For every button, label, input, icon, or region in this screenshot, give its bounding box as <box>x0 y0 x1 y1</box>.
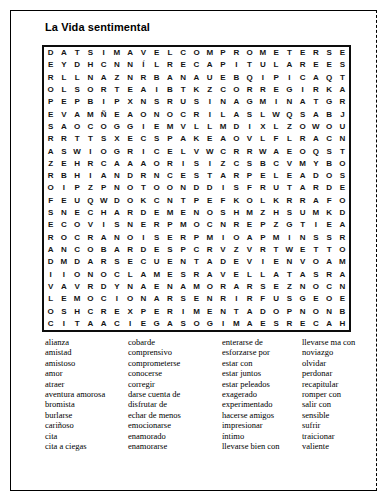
grid-cell: T <box>203 170 216 182</box>
grid-cell: S <box>336 170 349 182</box>
grid-cell: O <box>336 244 349 256</box>
grid-cell: R <box>84 158 97 170</box>
grid-cell: M <box>230 318 243 330</box>
grid-cell: I <box>203 158 216 170</box>
grid-cell: A <box>84 318 97 330</box>
grid-cell: Y <box>309 158 322 170</box>
grid-cell: L <box>269 59 282 71</box>
grid-cell: S <box>283 293 296 305</box>
grid-cell: C <box>216 145 229 157</box>
grid-cell: A <box>309 195 322 207</box>
grid-cell: T <box>137 182 150 194</box>
grid-cell: R <box>243 145 256 157</box>
grid-cell: U <box>296 207 309 219</box>
grid-cell: M <box>84 109 97 121</box>
grid-cell: C <box>44 318 57 330</box>
grid-cell: N <box>57 244 70 256</box>
grid-cell: R <box>137 170 150 182</box>
grid-cell: O <box>163 109 176 121</box>
grid-cell: A <box>336 219 349 231</box>
grid-cell: F <box>269 133 282 145</box>
word-item: alianza <box>45 337 128 347</box>
grid-cell: R <box>243 293 256 305</box>
word-item: amistad <box>45 347 128 357</box>
grid-cell: S <box>57 145 70 157</box>
grid-cell: S <box>190 158 203 170</box>
grid-cell: N <box>177 256 190 268</box>
grid-cell: K <box>137 195 150 207</box>
grid-cell: T <box>336 145 349 157</box>
grid-cell: A <box>190 72 203 84</box>
grid-cell: V <box>44 281 57 293</box>
worksheet-page: La Vida sentimental DATSIMAVELCOMPROMETE… <box>0 0 386 500</box>
grid-cell: E <box>150 281 163 293</box>
grid-cell: R <box>296 133 309 145</box>
grid-cell: A <box>203 256 216 268</box>
grid-cell: P <box>190 195 203 207</box>
grid-cell: A <box>177 281 190 293</box>
grid-cell: C <box>97 293 110 305</box>
grid-cell: L <box>150 59 163 71</box>
grid-cell: P <box>216 59 229 71</box>
grid-cell: R <box>124 244 137 256</box>
grid-cell: R <box>177 232 190 244</box>
grid-cell: P <box>163 133 176 145</box>
grid-cell: N <box>296 305 309 317</box>
grid-cell: I <box>97 219 110 231</box>
grid-cell: O <box>336 195 349 207</box>
grid-cell: E <box>150 207 163 219</box>
word-list-column: cobardecomprensivocomprometerseconocerse… <box>128 337 222 451</box>
grid-cell: O <box>71 219 84 231</box>
grid-cell: N <box>190 207 203 219</box>
grid-cell: A <box>296 96 309 108</box>
word-item: bromista <box>45 399 128 409</box>
grid-cell: T <box>230 305 243 317</box>
grid-cell: N <box>150 170 163 182</box>
grid-cell: L <box>57 84 70 96</box>
word-item: estar con <box>222 358 302 368</box>
grid-cell: I <box>124 318 137 330</box>
grid-cell: P <box>269 72 282 84</box>
grid-cell: T <box>296 219 309 231</box>
grid-cell: T <box>71 133 84 145</box>
word-item: darse cuenta de <box>128 389 222 399</box>
grid-cell: R <box>230 219 243 231</box>
word-list-column: enterarse deesforzarse porestar conestar… <box>222 337 302 451</box>
grid-cell: S <box>230 182 243 194</box>
grid-cell: O <box>97 145 110 157</box>
grid-cell: T <box>177 195 190 207</box>
grid-cell: O <box>150 182 163 194</box>
grid-cell: M <box>110 47 123 59</box>
grid-cell: V <box>137 47 150 59</box>
grid-cell: A <box>296 170 309 182</box>
grid-cell: R <box>309 47 322 59</box>
grid-cell: T <box>283 182 296 194</box>
word-item: cariñoso <box>45 420 128 430</box>
grid-cell: H <box>71 170 84 182</box>
grid-cell: E <box>177 207 190 219</box>
grid-cell: L <box>216 109 229 121</box>
grid-cell: G <box>110 145 123 157</box>
grid-cell: Z <box>84 182 97 194</box>
grid-cell: O <box>190 47 203 59</box>
grid-cell: A <box>44 145 57 157</box>
grid-cell: I <box>97 96 110 108</box>
grid-cell: L <box>256 195 269 207</box>
grid-cell: A <box>124 109 137 121</box>
grid-cell: O <box>97 268 110 280</box>
grid-cell: B <box>84 96 97 108</box>
grid-cell: B <box>336 305 349 317</box>
grid-cell: E <box>230 268 243 280</box>
grid-cell: O <box>322 121 335 133</box>
grid-cell: M <box>177 219 190 231</box>
grid-cell: G <box>283 84 296 96</box>
grid-cell: O <box>190 318 203 330</box>
grid-cell: A <box>269 145 282 157</box>
grid-cell: S <box>71 84 84 96</box>
grid-cell: P <box>97 182 110 194</box>
grid-cell: O <box>71 268 84 280</box>
grid-cell: Z <box>283 121 296 133</box>
grid-cell: P <box>71 182 84 194</box>
grid-cell: F <box>322 195 335 207</box>
grid-cell: O <box>269 305 282 317</box>
grid-cell: E <box>190 293 203 305</box>
word-item: sensible <box>302 410 355 420</box>
grid-cell: D <box>230 121 243 133</box>
grid-cell: Q <box>322 72 335 84</box>
grid-cell: B <box>322 158 335 170</box>
grid-cell: A <box>137 158 150 170</box>
grid-cell: I <box>57 318 70 330</box>
grid-cell: O <box>97 121 110 133</box>
grid-cell: C <box>84 121 97 133</box>
grid-cell: A <box>124 158 137 170</box>
grid-cell: O <box>309 305 322 317</box>
grid-cell: V <box>71 281 84 293</box>
word-item: enamorado <box>128 431 222 441</box>
word-item: aventura amorosa <box>45 389 128 399</box>
grid-cell: E <box>336 293 349 305</box>
grid-cell: O <box>243 195 256 207</box>
grid-cell: N <box>163 195 176 207</box>
grid-cell: M <box>163 121 176 133</box>
grid-cell: R <box>57 133 70 145</box>
grid-cell: I <box>137 121 150 133</box>
grid-cell: S <box>243 158 256 170</box>
grid-cell: S <box>84 47 97 59</box>
grid-cell: O <box>44 182 57 194</box>
grid-cell: N <box>137 293 150 305</box>
grid-cell: B <box>150 72 163 84</box>
grid-cell: D <box>256 305 269 317</box>
grid-cell: E <box>71 207 84 219</box>
grid-cell: X <box>124 305 137 317</box>
grid-cell: F <box>216 195 229 207</box>
grid-cell: A <box>230 281 243 293</box>
grid-cell: A <box>57 281 70 293</box>
grid-cell: Z <box>203 84 216 96</box>
grid-cell: C <box>150 145 163 157</box>
grid-cell: D <box>216 256 229 268</box>
grid-cell: E <box>44 59 57 71</box>
grid-cell: V <box>216 244 229 256</box>
word-item: comprometerse <box>128 358 222 368</box>
grid-cell: E <box>309 293 322 305</box>
grid-cell: O <box>336 158 349 170</box>
word-item: llevarse bien con <box>222 441 302 451</box>
grid-cell: V <box>296 256 309 268</box>
word-item: traicionar <box>302 431 355 441</box>
grid-cell: R <box>44 170 57 182</box>
grid-cell: R <box>256 244 269 256</box>
grid-cell: O <box>44 305 57 317</box>
grid-cell: Y <box>57 59 70 71</box>
grid-cell: E <box>150 244 163 256</box>
grid-cell: D <box>124 170 137 182</box>
word-item: enamorarse <box>128 441 222 451</box>
word-item: cobarde <box>128 337 222 347</box>
grid-cell: T <box>177 84 190 96</box>
grid-cell: N <box>110 182 123 194</box>
grid-cell: B <box>322 109 335 121</box>
grid-cell: R <box>243 281 256 293</box>
grid-cell: C <box>296 72 309 84</box>
grid-cell: T <box>309 96 322 108</box>
grid-cell: R <box>124 207 137 219</box>
grid-cell: Í <box>137 59 150 71</box>
grid-cell: R <box>283 318 296 330</box>
grid-cell: P <box>190 232 203 244</box>
grid-cell: A <box>309 133 322 145</box>
grid-cell: L <box>71 72 84 84</box>
grid-cell: I <box>283 232 296 244</box>
grid-cell: N <box>216 219 229 231</box>
grid-cell: T <box>336 72 349 84</box>
grid-cell: L <box>243 268 256 280</box>
grid-cell: N <box>150 109 163 121</box>
grid-cell: H <box>336 318 349 330</box>
grid-cell: G <box>243 96 256 108</box>
grid-cell: M <box>71 293 84 305</box>
grid-cell: V <box>177 121 190 133</box>
grid-cell: I <box>97 47 110 59</box>
grid-cell: E <box>57 293 70 305</box>
grid-cell: E <box>163 256 176 268</box>
grid-cell: C <box>97 59 110 71</box>
grid-cell: Z <box>230 244 243 256</box>
grid-cell: P <box>283 305 296 317</box>
grid-cell: D <box>71 256 84 268</box>
grid-cell: E <box>230 256 243 268</box>
grid-cell: P <box>256 219 269 231</box>
grid-cell: B <box>230 72 243 84</box>
grid-cell: R <box>163 59 176 71</box>
grid-cell: R <box>216 281 229 293</box>
grid-cell: R <box>97 256 110 268</box>
grid-cell: I <box>296 84 309 96</box>
grid-cell: Y <box>110 281 123 293</box>
word-list-column: llevarse ma connoviazgoolvidarperdonarre… <box>302 337 355 451</box>
grid-cell: W <box>283 244 296 256</box>
grid-cell: O <box>124 195 137 207</box>
grid-cell: U <box>150 256 163 268</box>
word-item: perdonar <box>302 368 355 378</box>
grid-cell: U <box>336 121 349 133</box>
grid-cell: C <box>110 318 123 330</box>
grid-cell: V <box>216 268 229 280</box>
grid-cell: E <box>137 219 150 231</box>
word-item: hacerse amigos <box>222 410 302 420</box>
grid-cell: E <box>296 47 309 59</box>
word-item: sufrir <box>302 420 355 430</box>
word-item: comprensivo <box>128 347 222 357</box>
grid-cell: I <box>137 145 150 157</box>
grid-cell: T <box>269 244 282 256</box>
grid-cell: N <box>336 281 349 293</box>
grid-cell: M <box>57 256 70 268</box>
grid-cell: K <box>269 195 282 207</box>
grid-cell: U <box>269 293 282 305</box>
grid-cell: E <box>283 145 296 157</box>
grid-cell: Z <box>283 281 296 293</box>
grid-cell: D <box>110 195 123 207</box>
grid-cell: S <box>150 96 163 108</box>
grid-cell: N <box>336 133 349 145</box>
grid-cell: E <box>44 219 57 231</box>
grid-cell: R <box>190 109 203 121</box>
grid-cell: M <box>150 268 163 280</box>
word-item: exagerado <box>222 389 302 399</box>
grid-cell: E <box>137 318 150 330</box>
grid-cell: N <box>216 305 229 317</box>
grid-cell: U <box>203 72 216 84</box>
grid-cell: N <box>110 232 123 244</box>
grid-cell: R <box>309 84 322 96</box>
grid-cell: H <box>71 305 84 317</box>
grid-cell: Z <box>269 219 282 231</box>
word-item: salir con <box>302 399 355 409</box>
grid-cell: E <box>110 305 123 317</box>
grid-cell: I <box>243 121 256 133</box>
grid-cell: A <box>163 72 176 84</box>
grid-cell: Q <box>84 195 97 207</box>
grid-cell: G <box>296 293 309 305</box>
grid-cell: A <box>336 84 349 96</box>
grid-cell: I <box>137 232 150 244</box>
word-item: amistoso <box>45 358 128 368</box>
grid-cell: C <box>216 84 229 96</box>
grid-cell: R <box>44 232 57 244</box>
grid-cell: E <box>322 59 335 71</box>
grid-cell: T <box>84 133 97 145</box>
grid-cell: R <box>84 232 97 244</box>
word-item: olvidar <box>302 358 355 368</box>
grid-cell: N <box>177 182 190 194</box>
grid-cell: P <box>44 96 57 108</box>
grid-cell: D <box>44 256 57 268</box>
grid-cell: T <box>243 59 256 71</box>
grid-cell: D <box>137 207 150 219</box>
grid-cell: N <box>163 281 176 293</box>
grid-cell: M <box>243 207 256 219</box>
grid-cell: A <box>150 293 163 305</box>
grid-cell: R <box>283 195 296 207</box>
grid-cell: A <box>322 318 335 330</box>
grid-cell: E <box>269 281 282 293</box>
grid-cell: A <box>296 182 309 194</box>
grid-cell: E <box>203 133 216 145</box>
grid-cell: R <box>137 72 150 84</box>
grid-cell: O <box>203 207 216 219</box>
grid-cell: T <box>322 244 335 256</box>
word-item: emocionarse <box>128 420 222 430</box>
word-item: cita a ciegas <box>45 441 128 451</box>
grid-cell: B <box>57 170 70 182</box>
grid-cell: R <box>336 232 349 244</box>
grid-cell: E <box>124 256 137 268</box>
grid-cell: N <box>124 59 137 71</box>
grid-cell: F <box>44 195 57 207</box>
grid-cell: G <box>203 318 216 330</box>
grid-cell: M <box>269 232 282 244</box>
grid-cell: S <box>177 318 190 330</box>
grid-cell: P <box>163 219 176 231</box>
grid-cell: A <box>269 268 282 280</box>
grid-cell: A <box>84 256 97 268</box>
grid-cell: C <box>322 281 335 293</box>
grid-cell: U <box>269 182 282 194</box>
grid-cell: N <box>283 96 296 108</box>
grid-cell: C <box>71 244 84 256</box>
grid-cell: R <box>336 96 349 108</box>
grid-cell: A <box>322 256 335 268</box>
grid-cell: R <box>163 96 176 108</box>
grid-cell: J <box>336 109 349 121</box>
grid-cell: D <box>336 207 349 219</box>
grid-cell: M <box>190 281 203 293</box>
grid-cell: K <box>190 133 203 145</box>
grid-cell: E <box>177 170 190 182</box>
grid-cell: N <box>110 59 123 71</box>
grid-cell: P <box>177 244 190 256</box>
grid-cell: R <box>44 72 57 84</box>
grid-cell: A <box>230 109 243 121</box>
grid-cell: E <box>269 47 282 59</box>
word-item: llevarse ma con <box>302 337 355 347</box>
grid-cell: N <box>57 207 70 219</box>
word-item: romper con <box>302 389 355 399</box>
grid-cell: G <box>283 219 296 231</box>
grid-cell: O <box>309 281 322 293</box>
grid-cell: E <box>124 84 137 96</box>
grid-cell: D <box>97 281 110 293</box>
grid-cell: I <box>84 170 97 182</box>
grid-cell: U <box>177 96 190 108</box>
grid-cell: E <box>216 72 229 84</box>
grid-cell: Z <box>216 158 229 170</box>
grid-cell: I <box>230 59 243 71</box>
grid-cell: A <box>309 109 322 121</box>
word-item: impresionar <box>222 420 302 430</box>
grid-cell: N <box>84 268 97 280</box>
grid-cell: I <box>283 72 296 84</box>
word-item: estar juntos <box>222 368 302 378</box>
grid-cell: L <box>44 293 57 305</box>
